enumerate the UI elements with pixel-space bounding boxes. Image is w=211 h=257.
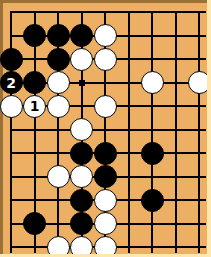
star-point [79, 80, 85, 86]
black-stone [70, 142, 93, 165]
black-stone [23, 24, 46, 47]
white-stone [94, 189, 117, 212]
white-stone [47, 71, 70, 94]
black-stone [94, 165, 117, 188]
black-stone [47, 24, 70, 47]
black-stone [23, 212, 46, 235]
grid-line-v [198, 11, 200, 253]
white-stone [94, 48, 117, 71]
black-stone: 2 [0, 71, 23, 94]
black-stone [70, 212, 93, 235]
black-stone [23, 71, 46, 94]
black-stone [70, 24, 93, 47]
board-edge-left [0, 0, 3, 257]
white-stone [47, 95, 70, 118]
white-stone [0, 95, 23, 118]
white-stone [47, 165, 70, 188]
black-stone [70, 189, 93, 212]
black-stone [94, 142, 117, 165]
grid-line-v [151, 11, 153, 253]
grid-line-h [10, 129, 206, 131]
black-stone [47, 48, 70, 71]
white-stone [70, 118, 93, 141]
white-stone [70, 48, 93, 71]
white-stone [70, 165, 93, 188]
black-stone [0, 48, 23, 71]
white-stone [94, 212, 117, 235]
grid-line-h [10, 11, 206, 13]
move-number: 1 [30, 99, 40, 113]
white-stone [141, 71, 164, 94]
white-stone: 1 [23, 95, 46, 118]
grid-line-v [175, 11, 177, 253]
board-edge-top [0, 0, 211, 3]
black-stone [141, 189, 164, 212]
move-number: 2 [6, 76, 16, 90]
white-stone [94, 95, 117, 118]
grid-line-v [128, 11, 130, 253]
black-stone [141, 142, 164, 165]
board-edge-right [207, 0, 211, 257]
go-board: 21 [0, 0, 211, 257]
white-stone [94, 24, 117, 47]
